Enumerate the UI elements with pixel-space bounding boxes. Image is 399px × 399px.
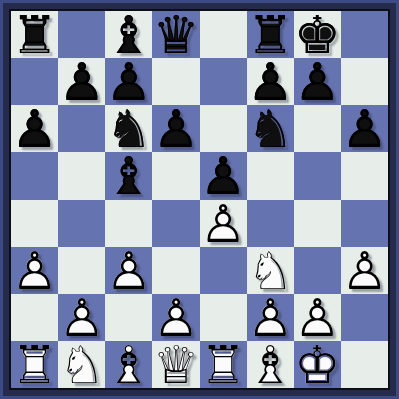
white-pawn-piece[interactable]: ♟♙ bbox=[105, 247, 152, 294]
square-f6[interactable]: ♞♘ bbox=[247, 105, 294, 152]
square-g3[interactable] bbox=[294, 247, 341, 294]
square-e7[interactable] bbox=[200, 58, 247, 105]
square-c1[interactable]: ♝♗ bbox=[105, 341, 152, 388]
square-a2[interactable] bbox=[11, 294, 58, 341]
white-king-piece[interactable]: ♚♔ bbox=[294, 341, 341, 388]
black-queen-outline-glyph: ♕ bbox=[153, 9, 200, 61]
black-pawn-piece[interactable]: ♟♙ bbox=[341, 105, 388, 152]
square-h4[interactable] bbox=[341, 200, 388, 247]
square-e4[interactable]: ♟♙ bbox=[200, 200, 247, 247]
square-g1[interactable]: ♚♔ bbox=[294, 341, 341, 388]
square-d2[interactable]: ♟♙ bbox=[152, 294, 199, 341]
black-rook-piece[interactable]: ♜♖ bbox=[247, 11, 294, 58]
square-g2[interactable]: ♟♙ bbox=[294, 294, 341, 341]
white-rook-piece[interactable]: ♜♖ bbox=[200, 341, 247, 388]
square-e2[interactable] bbox=[200, 294, 247, 341]
white-bishop-piece[interactable]: ♝♗ bbox=[105, 341, 152, 388]
square-g5[interactable] bbox=[294, 152, 341, 199]
white-bishop-outline-glyph: ♗ bbox=[106, 339, 153, 391]
black-pawn-outline-glyph: ♙ bbox=[58, 56, 105, 108]
square-a3[interactable]: ♟♙ bbox=[11, 247, 58, 294]
square-g7[interactable]: ♟♙ bbox=[294, 58, 341, 105]
square-f4[interactable] bbox=[247, 200, 294, 247]
white-rook-outline-glyph: ♖ bbox=[11, 339, 58, 391]
black-rook-piece[interactable]: ♜♖ bbox=[11, 11, 58, 58]
black-pawn-piece[interactable]: ♟♙ bbox=[200, 152, 247, 199]
white-rook-outline-glyph: ♖ bbox=[200, 339, 247, 391]
square-h3[interactable]: ♟♙ bbox=[341, 247, 388, 294]
black-pawn-piece[interactable]: ♟♙ bbox=[105, 58, 152, 105]
square-b4[interactable] bbox=[58, 200, 105, 247]
square-g6[interactable] bbox=[294, 105, 341, 152]
square-b7[interactable]: ♟♙ bbox=[58, 58, 105, 105]
square-b5[interactable] bbox=[58, 152, 105, 199]
square-b1[interactable]: ♞♘ bbox=[58, 341, 105, 388]
square-d5[interactable] bbox=[152, 152, 199, 199]
white-pawn-piece[interactable]: ♟♙ bbox=[200, 200, 247, 247]
square-a4[interactable] bbox=[11, 200, 58, 247]
square-c8[interactable]: ♝♗ bbox=[105, 11, 152, 58]
square-h7[interactable] bbox=[341, 58, 388, 105]
white-knight-piece[interactable]: ♞♘ bbox=[247, 247, 294, 294]
square-c5[interactable]: ♝♗ bbox=[105, 152, 152, 199]
square-h6[interactable]: ♟♙ bbox=[341, 105, 388, 152]
square-d6[interactable]: ♟♙ bbox=[152, 105, 199, 152]
square-d1[interactable]: ♛♕ bbox=[152, 341, 199, 388]
square-f7[interactable]: ♟♙ bbox=[247, 58, 294, 105]
white-knight-outline-glyph: ♘ bbox=[58, 339, 105, 391]
square-f5[interactable] bbox=[247, 152, 294, 199]
square-a8[interactable]: ♜♖ bbox=[11, 11, 58, 58]
square-f1[interactable]: ♝♗ bbox=[247, 341, 294, 388]
black-bishop-piece[interactable]: ♝♗ bbox=[105, 152, 152, 199]
square-e1[interactable]: ♜♖ bbox=[200, 341, 247, 388]
white-pawn-piece[interactable]: ♟♙ bbox=[152, 294, 199, 341]
black-pawn-piece[interactable]: ♟♙ bbox=[11, 105, 58, 152]
white-queen-piece[interactable]: ♛♕ bbox=[152, 341, 199, 388]
white-pawn-piece[interactable]: ♟♙ bbox=[247, 294, 294, 341]
square-c4[interactable] bbox=[105, 200, 152, 247]
square-h1[interactable] bbox=[341, 341, 388, 388]
black-pawn-piece[interactable]: ♟♙ bbox=[247, 58, 294, 105]
square-c7[interactable]: ♟♙ bbox=[105, 58, 152, 105]
white-knight-piece[interactable]: ♞♘ bbox=[58, 341, 105, 388]
square-a7[interactable] bbox=[11, 58, 58, 105]
square-g4[interactable] bbox=[294, 200, 341, 247]
board-frame: ♜♖♝♗♛♕♜♖♚♔♟♙♟♙♟♙♟♙♟♙♞♘♟♙♞♘♟♙♝♗♟♙♟♙♟♙♟♙♞♘… bbox=[0, 0, 399, 399]
white-king-outline-glyph: ♔ bbox=[294, 339, 341, 391]
square-b6[interactable] bbox=[58, 105, 105, 152]
square-f2[interactable]: ♟♙ bbox=[247, 294, 294, 341]
white-pawn-piece[interactable]: ♟♙ bbox=[294, 294, 341, 341]
black-knight-outline-glyph: ♘ bbox=[247, 103, 294, 155]
black-knight-piece[interactable]: ♞♘ bbox=[105, 105, 152, 152]
square-f8[interactable]: ♜♖ bbox=[247, 11, 294, 58]
square-a5[interactable] bbox=[11, 152, 58, 199]
white-pawn-outline-glyph: ♙ bbox=[200, 198, 247, 250]
black-pawn-piece[interactable]: ♟♙ bbox=[294, 58, 341, 105]
black-pawn-outline-glyph: ♙ bbox=[341, 103, 388, 155]
square-h8[interactable] bbox=[341, 11, 388, 58]
white-pawn-outline-glyph: ♙ bbox=[106, 245, 153, 297]
square-e5[interactable]: ♟♙ bbox=[200, 152, 247, 199]
black-pawn-outline-glyph: ♙ bbox=[294, 56, 341, 108]
square-g8[interactable]: ♚♔ bbox=[294, 11, 341, 58]
chess-board: ♜♖♝♗♛♕♜♖♚♔♟♙♟♙♟♙♟♙♟♙♞♘♟♙♞♘♟♙♝♗♟♙♟♙♟♙♟♙♞♘… bbox=[9, 9, 390, 390]
square-a6[interactable]: ♟♙ bbox=[11, 105, 58, 152]
black-pawn-outline-glyph: ♙ bbox=[11, 103, 58, 155]
white-rook-piece[interactable]: ♜♖ bbox=[11, 341, 58, 388]
black-pawn-piece[interactable]: ♟♙ bbox=[152, 105, 199, 152]
white-pawn-piece[interactable]: ♟♙ bbox=[58, 294, 105, 341]
square-d7[interactable] bbox=[152, 58, 199, 105]
white-pawn-outline-glyph: ♙ bbox=[11, 245, 58, 297]
square-a1[interactable]: ♜♖ bbox=[11, 341, 58, 388]
square-c6[interactable]: ♞♘ bbox=[105, 105, 152, 152]
square-e6[interactable] bbox=[200, 105, 247, 152]
square-d4[interactable] bbox=[152, 200, 199, 247]
white-pawn-piece[interactable]: ♟♙ bbox=[11, 247, 58, 294]
square-b8[interactable] bbox=[58, 11, 105, 58]
square-d8[interactable]: ♛♕ bbox=[152, 11, 199, 58]
square-b3[interactable] bbox=[58, 247, 105, 294]
white-queen-outline-glyph: ♕ bbox=[153, 339, 200, 391]
black-rook-outline-glyph: ♖ bbox=[11, 9, 58, 61]
square-h2[interactable] bbox=[341, 294, 388, 341]
square-e3[interactable] bbox=[200, 247, 247, 294]
square-d3[interactable] bbox=[152, 247, 199, 294]
black-knight-piece[interactable]: ♞♘ bbox=[247, 105, 294, 152]
black-bishop-outline-glyph: ♗ bbox=[106, 150, 153, 202]
black-bishop-piece[interactable]: ♝♗ bbox=[105, 11, 152, 58]
white-bishop-outline-glyph: ♗ bbox=[247, 339, 294, 391]
square-f3[interactable]: ♞♘ bbox=[247, 247, 294, 294]
black-queen-piece[interactable]: ♛♕ bbox=[152, 11, 199, 58]
square-b2[interactable]: ♟♙ bbox=[58, 294, 105, 341]
white-pawn-piece[interactable]: ♟♙ bbox=[341, 247, 388, 294]
black-king-piece[interactable]: ♚♔ bbox=[294, 11, 341, 58]
white-bishop-piece[interactable]: ♝♗ bbox=[247, 341, 294, 388]
square-c2[interactable] bbox=[105, 294, 152, 341]
square-e8[interactable] bbox=[200, 11, 247, 58]
black-pawn-piece[interactable]: ♟♙ bbox=[58, 58, 105, 105]
square-h5[interactable] bbox=[341, 152, 388, 199]
white-pawn-outline-glyph: ♙ bbox=[341, 245, 388, 297]
black-pawn-outline-glyph: ♙ bbox=[153, 103, 200, 155]
square-c3[interactable]: ♟♙ bbox=[105, 247, 152, 294]
